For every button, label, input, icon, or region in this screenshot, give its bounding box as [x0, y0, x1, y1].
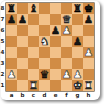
square-c4[interactable]	[28, 47, 39, 58]
square-h6[interactable]	[83, 25, 94, 36]
piece-white-knight: ♞	[40, 36, 49, 47]
square-c5[interactable]	[28, 36, 39, 47]
square-h2[interactable]	[83, 69, 94, 80]
rank-labels: 87654321	[1, 3, 6, 91]
piece-black-pawn: ♟	[7, 14, 16, 25]
square-b2[interactable]	[17, 69, 28, 80]
square-g1[interactable]: ♚	[72, 80, 83, 91]
piece-black-rook: ♜	[7, 3, 16, 14]
rank-label-5: 5	[1, 36, 6, 47]
square-a2[interactable]: ♟	[6, 69, 17, 80]
square-d5[interactable]: ♞	[39, 36, 50, 47]
square-h8[interactable]: ♚	[83, 3, 94, 14]
square-f3[interactable]	[61, 58, 72, 69]
rank-label-1: 1	[1, 80, 6, 91]
square-f7[interactable]: ♛	[61, 14, 72, 25]
chess-diagram-frame: 87654321 ♜♝♜♚♟♟♛♟♟♟♞♟♟♟♛♟♟♜♚♜ abcdefgh	[0, 0, 100, 100]
square-h4[interactable]: ♟	[83, 47, 94, 58]
square-f6[interactable]: ♟	[61, 25, 72, 36]
file-label-c: c	[28, 92, 39, 99]
rank-label-4: 4	[1, 47, 6, 58]
file-labels: abcdefgh	[6, 92, 94, 99]
piece-white-pawn: ♟	[62, 25, 71, 36]
square-c7[interactable]	[28, 14, 39, 25]
piece-black-bishop: ♝	[29, 3, 38, 14]
square-a8[interactable]: ♜	[6, 3, 17, 14]
piece-white-rook: ♜	[84, 80, 93, 91]
square-c2[interactable]	[28, 69, 39, 80]
square-d8[interactable]	[39, 3, 50, 14]
square-a7[interactable]: ♟	[6, 14, 17, 25]
square-c8[interactable]: ♝	[28, 3, 39, 14]
piece-black-queen: ♛	[40, 69, 49, 80]
square-d4[interactable]	[39, 47, 50, 58]
square-b7[interactable]: ♟	[17, 14, 28, 25]
piece-black-king: ♚	[84, 3, 93, 14]
square-d1[interactable]	[39, 80, 50, 91]
square-g3[interactable]	[72, 58, 83, 69]
square-h3[interactable]	[83, 58, 94, 69]
square-d3[interactable]	[39, 58, 50, 69]
square-a4[interactable]	[6, 47, 17, 58]
square-c1[interactable]: ♜	[28, 80, 39, 91]
square-b5[interactable]	[17, 36, 28, 47]
piece-black-rook: ♜	[73, 3, 82, 14]
piece-black-pawn: ♟	[51, 25, 60, 36]
file-label-a: a	[6, 92, 17, 99]
square-h5[interactable]	[83, 36, 94, 47]
square-g4[interactable]	[72, 47, 83, 58]
file-label-e: e	[50, 92, 61, 99]
rank-label-3: 3	[1, 58, 6, 69]
square-b4[interactable]	[17, 47, 28, 58]
square-a6[interactable]	[6, 25, 17, 36]
file-label-f: f	[61, 92, 72, 99]
piece-white-queen: ♛	[62, 14, 71, 25]
square-h1[interactable]: ♜	[83, 80, 94, 91]
square-e5[interactable]	[50, 36, 61, 47]
square-g5[interactable]: ♟	[72, 36, 83, 47]
square-f2[interactable]: ♟	[61, 69, 72, 80]
square-b6[interactable]	[17, 25, 28, 36]
square-b8[interactable]	[17, 3, 28, 14]
file-label-b: b	[17, 92, 28, 99]
piece-white-pawn: ♟	[7, 69, 16, 80]
square-b3[interactable]	[17, 58, 28, 69]
square-g2[interactable]: ♟	[72, 69, 83, 80]
square-e7[interactable]	[50, 14, 61, 25]
square-d2[interactable]: ♛	[39, 69, 50, 80]
square-g6[interactable]	[72, 25, 83, 36]
piece-black-pawn: ♟	[18, 14, 27, 25]
square-e4[interactable]	[50, 47, 61, 58]
square-a1[interactable]	[6, 80, 17, 91]
piece-white-pawn: ♟	[73, 69, 82, 80]
square-a5[interactable]	[6, 36, 17, 47]
square-d7[interactable]	[39, 14, 50, 25]
chess-board[interactable]: ♜♝♜♚♟♟♛♟♟♟♞♟♟♟♛♟♟♜♚♜	[6, 3, 94, 91]
square-f4[interactable]	[61, 47, 72, 58]
square-h7[interactable]: ♟	[83, 14, 94, 25]
square-e2[interactable]	[50, 69, 61, 80]
square-a3[interactable]	[6, 58, 17, 69]
square-e3[interactable]	[50, 58, 61, 69]
square-d6[interactable]	[39, 25, 50, 36]
square-f8[interactable]	[61, 3, 72, 14]
file-label-d: d	[39, 92, 50, 99]
rank-label-2: 2	[1, 69, 6, 80]
rank-label-7: 7	[1, 14, 6, 25]
square-b1[interactable]	[17, 80, 28, 91]
piece-black-pawn: ♟	[73, 36, 82, 47]
square-g7[interactable]	[72, 14, 83, 25]
square-e8[interactable]	[50, 3, 61, 14]
file-label-h: h	[83, 92, 94, 99]
piece-white-king: ♚	[73, 80, 82, 91]
square-g8[interactable]: ♜	[72, 3, 83, 14]
piece-white-pawn: ♟	[84, 47, 93, 58]
rank-label-6: 6	[1, 25, 6, 36]
square-f5[interactable]	[61, 36, 72, 47]
rank-label-8: 8	[1, 3, 6, 14]
piece-white-pawn: ♟	[62, 69, 71, 80]
square-f1[interactable]	[61, 80, 72, 91]
square-c6[interactable]	[28, 25, 39, 36]
piece-black-pawn: ♟	[84, 14, 93, 25]
square-e1[interactable]	[50, 80, 61, 91]
square-c3[interactable]	[28, 58, 39, 69]
file-label-g: g	[72, 92, 83, 99]
piece-white-rook: ♜	[29, 80, 38, 91]
square-e6[interactable]: ♟	[50, 25, 61, 36]
